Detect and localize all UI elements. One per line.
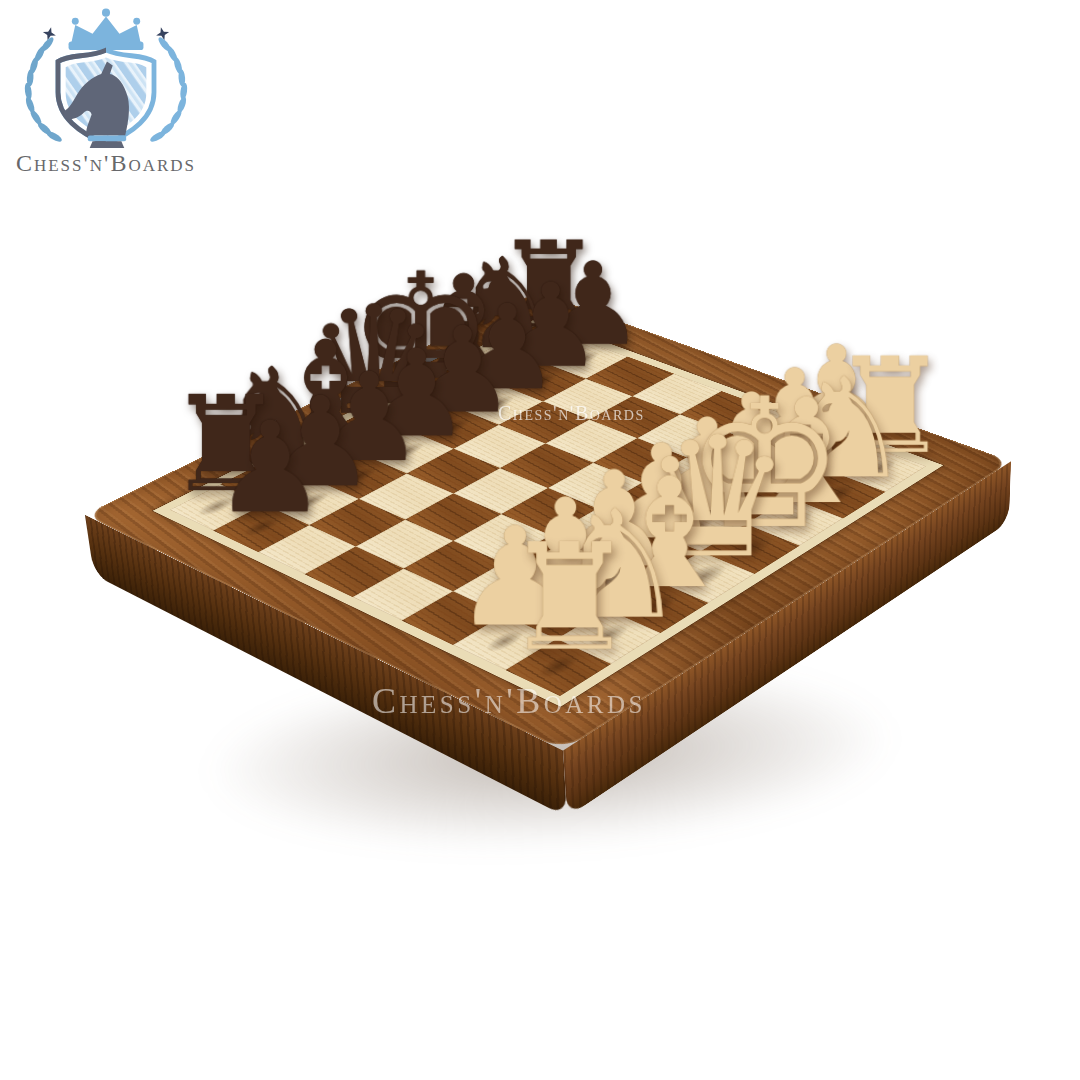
white-rook-icon: ♜ [423, 523, 714, 671]
brand-logo: Chess'n'Boards [10, 4, 202, 177]
watermark-center: Chess'n'Boards [498, 402, 645, 425]
brand-wordmark: Chess'n'Boards [10, 150, 202, 177]
brand-emblem [10, 4, 202, 150]
watermark-bottom: Chess'n'Boards [372, 680, 646, 722]
product-photo: Chess'n'Boards ♜♞♝♛♚♝♞♜♟♟♟♟♟♟♟♟♟♟♟♟♟♟♟♟♜… [0, 0, 1080, 1080]
crown-icon [69, 9, 144, 50]
black-pawn-icon: ♟ [137, 405, 402, 531]
